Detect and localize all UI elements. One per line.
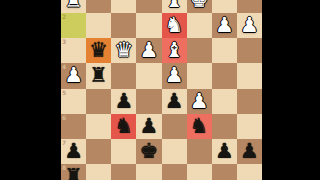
- square-c1[interactable]: ♚: [187, 0, 212, 13]
- square-f5[interactable]: ♟: [111, 89, 136, 114]
- white-queen[interactable]: ♛: [114, 40, 133, 61]
- square-e7[interactable]: ♚: [136, 139, 161, 164]
- black-rook[interactable]: ♜: [64, 166, 83, 180]
- square-d1[interactable]: ♝: [162, 0, 187, 13]
- square-f1[interactable]: [111, 0, 136, 13]
- square-f6[interactable]: ♞: [111, 114, 136, 139]
- square-a3[interactable]: [237, 38, 262, 63]
- square-b8[interactable]: [212, 164, 237, 180]
- black-pawn[interactable]: ♟: [64, 141, 83, 162]
- square-d7[interactable]: [162, 139, 187, 164]
- screen: ♜♝♚2♞♟♟3♛♛♟♝4♟♜♟5♟♟♟6♞♟♞7♟♚♟♟8♜: [0, 0, 320, 180]
- square-c7[interactable]: [187, 139, 212, 164]
- black-knight[interactable]: ♞: [190, 116, 209, 137]
- square-d2[interactable]: ♞: [162, 13, 187, 38]
- square-a5[interactable]: [237, 89, 262, 114]
- square-e8[interactable]: [136, 164, 161, 180]
- square-h8[interactable]: 8♜: [61, 164, 86, 180]
- chess-board: ♜♝♚2♞♟♟3♛♛♟♝4♟♜♟5♟♟♟6♞♟♞7♟♚♟♟8♜: [61, 0, 262, 180]
- white-knight[interactable]: ♞: [165, 15, 184, 36]
- rank-label-6: 6: [62, 114, 66, 121]
- white-rook[interactable]: ♜: [64, 0, 83, 11]
- square-b3[interactable]: [212, 38, 237, 63]
- square-g8[interactable]: [86, 164, 111, 180]
- square-h5[interactable]: 5: [61, 89, 86, 114]
- square-h1[interactable]: ♜: [61, 0, 86, 13]
- white-pawn[interactable]: ♟: [215, 15, 234, 36]
- white-pawn[interactable]: ♟: [64, 65, 83, 86]
- square-g7[interactable]: [86, 139, 111, 164]
- square-e5[interactable]: [136, 89, 161, 114]
- square-a4[interactable]: [237, 63, 262, 88]
- square-b2[interactable]: ♟: [212, 13, 237, 38]
- square-b4[interactable]: [212, 63, 237, 88]
- square-h2[interactable]: 2: [61, 13, 86, 38]
- square-g1[interactable]: [86, 0, 111, 13]
- white-pawn[interactable]: ♟: [190, 91, 209, 112]
- black-pawn[interactable]: ♟: [215, 141, 234, 162]
- square-g2[interactable]: [86, 13, 111, 38]
- square-g5[interactable]: [86, 89, 111, 114]
- square-f4[interactable]: [111, 63, 136, 88]
- white-king[interactable]: ♚: [190, 0, 209, 11]
- square-d4[interactable]: ♟: [162, 63, 187, 88]
- white-bishop[interactable]: ♝: [165, 40, 184, 61]
- black-knight[interactable]: ♞: [114, 116, 133, 137]
- square-g3[interactable]: ♛: [86, 38, 111, 63]
- white-pawn[interactable]: ♟: [240, 15, 259, 36]
- black-pawn[interactable]: ♟: [140, 116, 159, 137]
- white-bishop[interactable]: ♝: [165, 0, 184, 11]
- square-g6[interactable]: [86, 114, 111, 139]
- rank-label-2: 2: [62, 13, 66, 20]
- square-e2[interactable]: [136, 13, 161, 38]
- black-king[interactable]: ♚: [140, 141, 159, 162]
- square-c5[interactable]: ♟: [187, 89, 212, 114]
- square-h6[interactable]: 6: [61, 114, 86, 139]
- square-e1[interactable]: [136, 0, 161, 13]
- square-a2[interactable]: ♟: [237, 13, 262, 38]
- black-rook[interactable]: ♜: [89, 65, 108, 86]
- white-pawn[interactable]: ♟: [140, 40, 159, 61]
- square-b1[interactable]: [212, 0, 237, 13]
- square-e4[interactable]: [136, 63, 161, 88]
- square-c4[interactable]: [187, 63, 212, 88]
- square-d5[interactable]: ♟: [162, 89, 187, 114]
- square-c6[interactable]: ♞: [187, 114, 212, 139]
- square-b5[interactable]: [212, 89, 237, 114]
- rank-label-3: 3: [62, 38, 66, 45]
- square-a8[interactable]: [237, 164, 262, 180]
- square-a6[interactable]: [237, 114, 262, 139]
- square-g4[interactable]: ♜: [86, 63, 111, 88]
- square-d6[interactable]: [162, 114, 187, 139]
- black-pawn[interactable]: ♟: [165, 91, 184, 112]
- square-d3[interactable]: ♝: [162, 38, 187, 63]
- square-h7[interactable]: 7♟: [61, 139, 86, 164]
- square-b7[interactable]: ♟: [212, 139, 237, 164]
- black-pawn[interactable]: ♟: [240, 141, 259, 162]
- square-h3[interactable]: 3: [61, 38, 86, 63]
- rank-label-5: 5: [62, 89, 66, 96]
- square-a1[interactable]: [237, 0, 262, 13]
- square-f7[interactable]: [111, 139, 136, 164]
- square-c8[interactable]: [187, 164, 212, 180]
- square-e6[interactable]: ♟: [136, 114, 161, 139]
- square-f3[interactable]: ♛: [111, 38, 136, 63]
- black-pawn[interactable]: ♟: [114, 91, 133, 112]
- square-b6[interactable]: [212, 114, 237, 139]
- square-e3[interactable]: ♟: [136, 38, 161, 63]
- white-pawn[interactable]: ♟: [165, 65, 184, 86]
- square-f2[interactable]: [111, 13, 136, 38]
- square-c2[interactable]: [187, 13, 212, 38]
- square-a7[interactable]: ♟: [237, 139, 262, 164]
- square-h4[interactable]: 4♟: [61, 63, 86, 88]
- black-queen[interactable]: ♛: [89, 40, 108, 61]
- square-d8[interactable]: [162, 164, 187, 180]
- square-f8[interactable]: [111, 164, 136, 180]
- square-c3[interactable]: [187, 38, 212, 63]
